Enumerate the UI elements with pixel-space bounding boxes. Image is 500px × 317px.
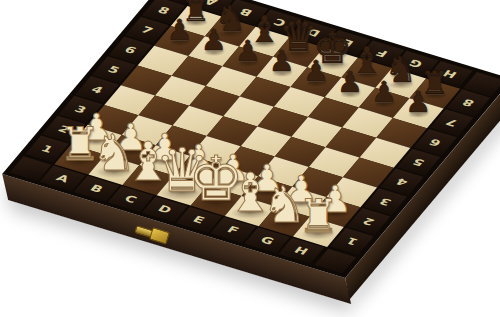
rank-label-left-5-text: 5 xyxy=(105,64,122,76)
black-pawn[interactable]: ♟ xyxy=(235,37,261,66)
rank-label-left-7-text: 7 xyxy=(139,24,156,36)
rank-label-right-4-text: 4 xyxy=(393,176,410,188)
rank-label-right-3-text: 3 xyxy=(377,196,394,208)
black-pawn[interactable]: ♟ xyxy=(303,58,329,87)
product-photo: AABBCCDDEEFFGGHH1122334455667788 ♜♞♝♛♚♝♞… xyxy=(0,0,500,317)
rank-label-right-2-text: 2 xyxy=(360,216,377,228)
file-label-near-f-text: F xyxy=(225,224,242,236)
rank-label-right-1-text: 1 xyxy=(344,235,361,247)
file-label-near-d-text: D xyxy=(156,203,175,215)
rank-label-right-5-text: 5 xyxy=(410,156,427,168)
black-pawn[interactable]: ♟ xyxy=(201,27,227,56)
file-label-near-g-text: G xyxy=(258,234,277,246)
file-label-near-c-text: C xyxy=(122,193,139,205)
rank-label-left-4-text: 4 xyxy=(89,84,106,96)
rank-label-right-8-text: 8 xyxy=(460,97,477,109)
rank-label-right-6-text: 6 xyxy=(427,136,444,148)
black-pawn[interactable]: ♟ xyxy=(167,16,193,45)
file-label-near-a-text: A xyxy=(54,172,72,184)
black-pawn[interactable]: ♟ xyxy=(337,68,363,97)
black-pawn[interactable]: ♟ xyxy=(269,47,295,76)
black-pawn[interactable]: ♟ xyxy=(371,78,397,107)
file-label-near-b-text: B xyxy=(88,183,106,195)
white-rook[interactable]: ♜ xyxy=(298,193,339,239)
black-pawn[interactable]: ♟ xyxy=(405,89,431,118)
rank-label-right-7-text: 7 xyxy=(443,117,460,129)
file-label-near-e-text: E xyxy=(191,214,208,226)
file-label-near-h-text: H xyxy=(292,244,311,256)
rank-label-left-1-text: 1 xyxy=(39,143,56,155)
rank-label-left-6-text: 6 xyxy=(122,44,139,56)
